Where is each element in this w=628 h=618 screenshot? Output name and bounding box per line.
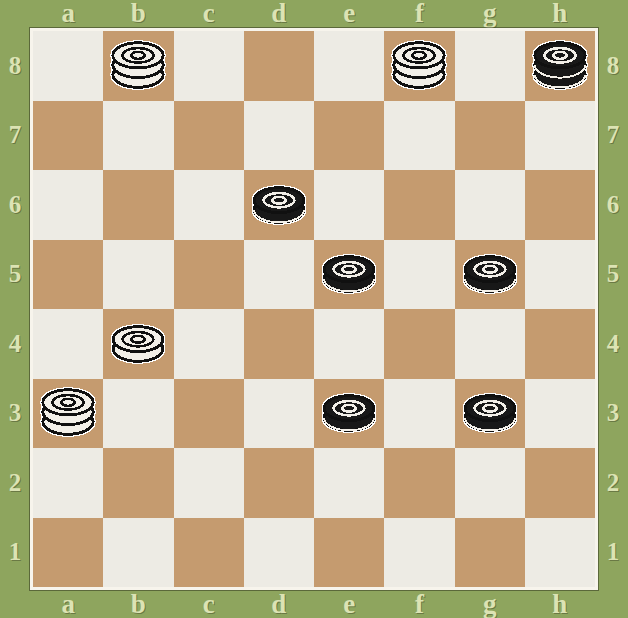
square-e3[interactable]	[314, 379, 384, 449]
file-label-e: e	[314, 0, 384, 27]
square-b2[interactable]	[103, 448, 173, 518]
file-label-b: b	[103, 590, 173, 618]
square-d6[interactable]	[244, 170, 314, 240]
black-checker-icon	[529, 36, 591, 96]
file-labels-bottom: abcdefgh	[33, 590, 595, 618]
file-label-b: b	[103, 0, 173, 27]
rank-label-5: 5	[0, 240, 30, 310]
square-d2[interactable]	[244, 448, 314, 518]
square-g6[interactable]	[455, 170, 525, 240]
square-g7[interactable]	[455, 101, 525, 171]
file-label-d: d	[244, 590, 314, 618]
square-e8[interactable]	[314, 31, 384, 101]
square-d8[interactable]	[244, 31, 314, 101]
file-label-f: f	[384, 0, 454, 27]
square-d3[interactable]	[244, 379, 314, 449]
square-c8[interactable]	[174, 31, 244, 101]
square-h2[interactable]	[525, 448, 595, 518]
black-checker-icon	[318, 389, 380, 437]
white-king-a3[interactable]	[37, 383, 99, 443]
rank-label-4: 4	[0, 309, 30, 379]
square-e6[interactable]	[314, 170, 384, 240]
square-f5[interactable]	[384, 240, 454, 310]
board-grid	[33, 31, 595, 587]
file-label-h: h	[525, 0, 595, 27]
square-b4[interactable]	[103, 309, 173, 379]
square-e4[interactable]	[314, 309, 384, 379]
rank-label-5: 5	[598, 240, 628, 310]
square-a6[interactable]	[33, 170, 103, 240]
white-king-f8[interactable]	[388, 36, 450, 96]
square-d4[interactable]	[244, 309, 314, 379]
square-c5[interactable]	[174, 240, 244, 310]
file-label-a: a	[33, 590, 103, 618]
checkers-diagram: abcdefgh 87654321 87654321 abcdefgh	[0, 0, 628, 618]
square-e5[interactable]	[314, 240, 384, 310]
square-f2[interactable]	[384, 448, 454, 518]
file-label-c: c	[174, 0, 244, 27]
black-checker-icon	[248, 181, 310, 229]
square-e2[interactable]	[314, 448, 384, 518]
square-h3[interactable]	[525, 379, 595, 449]
square-f8[interactable]	[384, 31, 454, 101]
rank-label-7: 7	[598, 101, 628, 171]
square-a8[interactable]	[33, 31, 103, 101]
square-h1[interactable]	[525, 518, 595, 588]
rank-label-8: 8	[0, 31, 30, 101]
square-b6[interactable]	[103, 170, 173, 240]
black-man-e3[interactable]	[318, 389, 380, 437]
square-h7[interactable]	[525, 101, 595, 171]
file-label-e: e	[314, 590, 384, 618]
square-a5[interactable]	[33, 240, 103, 310]
square-f1[interactable]	[384, 518, 454, 588]
square-a4[interactable]	[33, 309, 103, 379]
rank-label-3: 3	[0, 379, 30, 449]
file-label-d: d	[244, 0, 314, 27]
rank-label-6: 6	[598, 170, 628, 240]
square-f4[interactable]	[384, 309, 454, 379]
square-a1[interactable]	[33, 518, 103, 588]
square-c1[interactable]	[174, 518, 244, 588]
black-man-e5[interactable]	[318, 250, 380, 298]
square-c7[interactable]	[174, 101, 244, 171]
square-e1[interactable]	[314, 518, 384, 588]
rank-label-2: 2	[0, 448, 30, 518]
square-h6[interactable]	[525, 170, 595, 240]
black-checker-icon	[318, 250, 380, 298]
square-b3[interactable]	[103, 379, 173, 449]
rank-label-4: 4	[598, 309, 628, 379]
square-g8[interactable]	[455, 31, 525, 101]
rank-label-3: 3	[598, 379, 628, 449]
file-label-f: f	[384, 590, 454, 618]
square-b1[interactable]	[103, 518, 173, 588]
black-checker-icon	[459, 389, 521, 437]
rank-label-6: 6	[0, 170, 30, 240]
square-c2[interactable]	[174, 448, 244, 518]
square-h8[interactable]	[525, 31, 595, 101]
square-f7[interactable]	[384, 101, 454, 171]
white-checker-icon	[388, 36, 450, 96]
black-man-g5[interactable]	[459, 250, 521, 298]
rank-labels-left: 87654321	[0, 31, 30, 587]
black-king-h8[interactable]	[529, 36, 591, 96]
rank-label-7: 7	[0, 101, 30, 171]
square-a2[interactable]	[33, 448, 103, 518]
square-b8[interactable]	[103, 31, 173, 101]
square-g4[interactable]	[455, 309, 525, 379]
square-d5[interactable]	[244, 240, 314, 310]
square-a3[interactable]	[33, 379, 103, 449]
square-f6[interactable]	[384, 170, 454, 240]
white-checker-icon	[107, 36, 169, 96]
square-d1[interactable]	[244, 518, 314, 588]
square-g2[interactable]	[455, 448, 525, 518]
square-a7[interactable]	[33, 101, 103, 171]
square-h4[interactable]	[525, 309, 595, 379]
rank-label-8: 8	[598, 31, 628, 101]
white-man-b4[interactable]	[107, 320, 169, 368]
square-d7[interactable]	[244, 101, 314, 171]
square-f3[interactable]	[384, 379, 454, 449]
square-h5[interactable]	[525, 240, 595, 310]
square-e7[interactable]	[314, 101, 384, 171]
square-c6[interactable]	[174, 170, 244, 240]
white-checker-icon	[37, 383, 99, 443]
square-c4[interactable]	[174, 309, 244, 379]
rank-labels-right: 87654321	[598, 31, 628, 587]
rank-label-1: 1	[598, 518, 628, 588]
square-g1[interactable]	[455, 518, 525, 588]
square-g5[interactable]	[455, 240, 525, 310]
square-b7[interactable]	[103, 101, 173, 171]
file-label-h: h	[525, 590, 595, 618]
board	[30, 28, 598, 590]
file-label-a: a	[33, 0, 103, 27]
file-label-c: c	[174, 590, 244, 618]
black-man-g3[interactable]	[459, 389, 521, 437]
rank-label-2: 2	[598, 448, 628, 518]
file-label-g: g	[455, 0, 525, 27]
square-g3[interactable]	[455, 379, 525, 449]
black-checker-icon	[459, 250, 521, 298]
square-b5[interactable]	[103, 240, 173, 310]
rank-label-1: 1	[0, 518, 30, 588]
black-man-d6[interactable]	[248, 181, 310, 229]
file-label-g: g	[455, 590, 525, 618]
file-labels-top: abcdefgh	[33, 0, 595, 27]
white-checker-icon	[107, 320, 169, 368]
white-king-b8[interactable]	[107, 36, 169, 96]
square-c3[interactable]	[174, 379, 244, 449]
